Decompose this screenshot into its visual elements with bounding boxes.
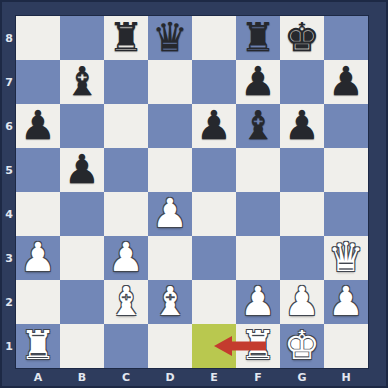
rank-label-6: 6 (2, 104, 16, 148)
square-a2[interactable] (16, 280, 60, 324)
file-labels: ABCDEFGH (16, 368, 368, 386)
square-c2[interactable]: ♝ (104, 280, 148, 324)
black-king[interactable]: ♚ (284, 15, 320, 59)
square-f6[interactable]: ♝ (236, 104, 280, 148)
chess-board[interactable]: ♜♛♜♚♝♟♟♟♟♝♟♟♟♟♟♛♝♝♟♟♟♜♜♚ (16, 16, 368, 368)
black-pawn[interactable]: ♟ (240, 59, 276, 103)
square-g7[interactable] (280, 60, 324, 104)
black-pawn[interactable]: ♟ (328, 59, 364, 103)
square-a6[interactable]: ♟ (16, 104, 60, 148)
square-d6[interactable] (148, 104, 192, 148)
rank-label-7: 7 (2, 60, 16, 104)
square-c6[interactable] (104, 104, 148, 148)
square-f3[interactable] (236, 236, 280, 280)
square-c7[interactable] (104, 60, 148, 104)
black-bishop[interactable]: ♝ (64, 59, 100, 103)
black-rook[interactable]: ♜ (108, 15, 144, 59)
rank-label-8: 8 (2, 16, 16, 60)
square-b7[interactable]: ♝ (60, 60, 104, 104)
square-f5[interactable] (236, 148, 280, 192)
square-a8[interactable] (16, 16, 60, 60)
rank-label-3: 3 (2, 236, 16, 280)
file-label-f: F (236, 368, 280, 386)
white-bishop[interactable]: ♝ (108, 279, 144, 323)
square-e1[interactable] (192, 324, 236, 368)
black-queen[interactable]: ♛ (152, 15, 188, 59)
square-d1[interactable] (148, 324, 192, 368)
black-pawn[interactable]: ♟ (20, 103, 56, 147)
square-b6[interactable] (60, 104, 104, 148)
white-pawn[interactable]: ♟ (240, 279, 276, 323)
square-f8[interactable]: ♜ (236, 16, 280, 60)
square-e4[interactable] (192, 192, 236, 236)
square-g8[interactable]: ♚ (280, 16, 324, 60)
square-a4[interactable] (16, 192, 60, 236)
file-label-c: C (104, 368, 148, 386)
rank-label-5: 5 (2, 148, 16, 192)
square-d8[interactable]: ♛ (148, 16, 192, 60)
square-e8[interactable] (192, 16, 236, 60)
square-e7[interactable] (192, 60, 236, 104)
square-a3[interactable]: ♟ (16, 236, 60, 280)
square-g1[interactable]: ♚ (280, 324, 324, 368)
file-label-b: B (60, 368, 104, 386)
square-a1[interactable]: ♜ (16, 324, 60, 368)
square-b2[interactable] (60, 280, 104, 324)
file-label-g: G (280, 368, 324, 386)
file-label-a: A (16, 368, 60, 386)
square-f2[interactable]: ♟ (236, 280, 280, 324)
white-pawn[interactable]: ♟ (20, 235, 56, 279)
square-d7[interactable] (148, 60, 192, 104)
white-pawn[interactable]: ♟ (328, 279, 364, 323)
square-h4[interactable] (324, 192, 368, 236)
white-bishop[interactable]: ♝ (152, 279, 188, 323)
square-g5[interactable] (280, 148, 324, 192)
square-c5[interactable] (104, 148, 148, 192)
square-b3[interactable] (60, 236, 104, 280)
square-h8[interactable] (324, 16, 368, 60)
square-h2[interactable]: ♟ (324, 280, 368, 324)
black-rook[interactable]: ♜ (240, 15, 276, 59)
square-e5[interactable] (192, 148, 236, 192)
square-e6[interactable]: ♟ (192, 104, 236, 148)
rank-label-4: 4 (2, 192, 16, 236)
square-a7[interactable] (16, 60, 60, 104)
square-h7[interactable]: ♟ (324, 60, 368, 104)
square-d4[interactable]: ♟ (148, 192, 192, 236)
square-c8[interactable]: ♜ (104, 16, 148, 60)
white-queen[interactable]: ♛ (328, 235, 364, 279)
square-d5[interactable] (148, 148, 192, 192)
file-label-d: D (148, 368, 192, 386)
square-h3[interactable]: ♛ (324, 236, 368, 280)
square-b4[interactable] (60, 192, 104, 236)
square-b5[interactable]: ♟ (60, 148, 104, 192)
white-pawn[interactable]: ♟ (284, 279, 320, 323)
rank-label-2: 2 (2, 280, 16, 324)
square-g2[interactable]: ♟ (280, 280, 324, 324)
black-bishop[interactable]: ♝ (240, 103, 276, 147)
black-pawn[interactable]: ♟ (64, 147, 100, 191)
white-pawn[interactable]: ♟ (108, 235, 144, 279)
square-f4[interactable] (236, 192, 280, 236)
square-c1[interactable] (104, 324, 148, 368)
square-e2[interactable] (192, 280, 236, 324)
white-king[interactable]: ♚ (284, 323, 320, 367)
file-label-e: E (192, 368, 236, 386)
square-b8[interactable] (60, 16, 104, 60)
square-a5[interactable] (16, 148, 60, 192)
white-rook[interactable]: ♜ (20, 323, 56, 367)
square-g4[interactable] (280, 192, 324, 236)
square-g3[interactable] (280, 236, 324, 280)
black-pawn[interactable]: ♟ (284, 103, 320, 147)
square-g6[interactable]: ♟ (280, 104, 324, 148)
square-e3[interactable] (192, 236, 236, 280)
square-b1[interactable] (60, 324, 104, 368)
square-d2[interactable]: ♝ (148, 280, 192, 324)
chess-board-frame: 87654321 ♜♛♜♚♝♟♟♟♟♝♟♟♟♟♟♛♝♝♟♟♟♜♜♚ ABCDEF… (0, 0, 388, 388)
square-c4[interactable] (104, 192, 148, 236)
square-h5[interactable] (324, 148, 368, 192)
square-f1[interactable]: ♜ (236, 324, 280, 368)
square-h6[interactable] (324, 104, 368, 148)
white-pawn[interactable]: ♟ (152, 191, 188, 235)
rank-label-1: 1 (2, 324, 16, 368)
square-f7[interactable]: ♟ (236, 60, 280, 104)
square-h1[interactable] (324, 324, 368, 368)
white-rook[interactable]: ♜ (240, 323, 276, 367)
black-pawn[interactable]: ♟ (196, 103, 232, 147)
file-label-h: H (324, 368, 368, 386)
square-c3[interactable]: ♟ (104, 236, 148, 280)
rank-labels: 87654321 (2, 16, 16, 368)
square-d3[interactable] (148, 236, 192, 280)
